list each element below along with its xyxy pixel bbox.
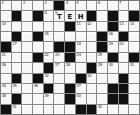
black-cell-r7c3 (33, 74, 43, 83)
black-cell-r5c6 (65, 53, 75, 62)
cell-r5c8[interactable] (87, 53, 97, 62)
black-cell-r9c11 (119, 94, 129, 103)
black-cell-r3c9 (97, 32, 107, 41)
clue-number: 8 (44, 11, 46, 15)
cell-r5c0[interactable]: 21 (1, 53, 11, 62)
cell-letter: E (65, 12, 75, 20)
cell-r9c7[interactable]: 40 (76, 94, 86, 103)
clue-number: 36 (34, 84, 38, 88)
cell-r6c1[interactable] (12, 63, 22, 72)
cell-r8c12[interactable] (129, 84, 139, 93)
black-cell-r6c8 (87, 63, 97, 72)
cell-r5c4[interactable]: 22 (44, 53, 54, 62)
black-cell-r4c6 (65, 42, 75, 51)
black-cell-r5c3 (33, 53, 43, 62)
cell-r2c0[interactable]: 10 (1, 22, 11, 31)
cell-r3c10[interactable]: 16 (108, 32, 118, 41)
black-cell-r9c1 (12, 94, 22, 103)
clue-number: 30 (108, 63, 112, 67)
black-cell-r9c6 (65, 94, 75, 103)
clue-number: 25 (98, 53, 102, 57)
black-cell-r3c11 (119, 32, 129, 41)
cell-r2c2[interactable] (22, 22, 32, 31)
clue-number: 37 (76, 84, 80, 88)
cell-r4c12[interactable] (129, 42, 139, 51)
cell-r6c5[interactable]: 27 (54, 63, 64, 72)
cell-r0c7[interactable]: 5 (76, 1, 86, 10)
cell-r1c0[interactable] (1, 11, 11, 20)
black-cell-r10c7 (76, 105, 86, 114)
cell-r10c9[interactable]: 42 (97, 105, 107, 114)
cell-r6c2[interactable] (22, 63, 32, 72)
cell-r6c6[interactable]: 28 (65, 63, 75, 72)
cell-r10c12[interactable] (129, 105, 139, 114)
cell-r3c6[interactable] (65, 32, 75, 41)
cell-r0c2[interactable]: 2 (22, 1, 32, 10)
cell-r9c0[interactable]: 38 (1, 94, 11, 103)
cell-letter: H (76, 12, 86, 20)
cell-r8c3[interactable]: 36 (33, 84, 43, 93)
cell-r7c10[interactable] (108, 74, 118, 83)
clue-number: 32 (44, 74, 48, 78)
cell-r0c0[interactable]: 1 (1, 1, 11, 10)
cell-r6c7[interactable] (76, 63, 86, 72)
cell-r2c4[interactable] (44, 22, 54, 31)
cell-r5c5[interactable]: 23 (54, 53, 64, 62)
cell-r9c3[interactable] (33, 94, 43, 103)
cell-r0c8[interactable] (87, 1, 97, 10)
cell-r3c0[interactable] (1, 32, 11, 41)
cell-r7c12[interactable] (129, 74, 139, 83)
black-cell-r7c11 (119, 74, 129, 83)
cell-r3c8[interactable] (87, 32, 97, 41)
cell-r8c8[interactable] (87, 84, 97, 93)
cell-r3c7[interactable] (76, 32, 86, 41)
clue-number: 2 (23, 1, 25, 5)
cell-r1c11[interactable] (119, 11, 129, 20)
clue-number: 22 (44, 53, 48, 57)
clue-number: 42 (98, 105, 102, 109)
clue-number: 13 (119, 22, 123, 26)
clue-number: 40 (76, 94, 80, 98)
cell-r9c4[interactable]: 39 (44, 94, 54, 103)
black-cell-r1c1 (12, 11, 22, 20)
black-cell-r7c7 (76, 74, 86, 83)
cell-r0c3[interactable] (33, 1, 43, 10)
clue-number: 38 (2, 94, 6, 98)
clue-number: 11 (76, 22, 80, 26)
cell-r5c2[interactable] (22, 53, 32, 62)
cell-r8c1[interactable]: 35 (12, 84, 22, 93)
cell-r6c0[interactable]: 26 (1, 63, 11, 72)
cell-r6c10[interactable]: 30 (108, 63, 118, 72)
clue-number: 31 (130, 63, 134, 67)
cell-r3c12[interactable] (129, 32, 139, 41)
black-cell-r4c0 (1, 42, 11, 51)
black-cell-r10c8 (87, 105, 97, 114)
clue-number: 26 (2, 63, 6, 67)
cell-r9c8[interactable] (87, 94, 97, 103)
cell-r9c5[interactable] (54, 94, 64, 103)
clue-number: 19 (108, 42, 112, 46)
cell-r5c1[interactable] (12, 53, 22, 62)
cell-r3c5[interactable] (54, 32, 64, 41)
clue-number: 5 (76, 1, 78, 5)
cell-r7c6[interactable] (65, 74, 75, 83)
crossword-grid: 123456789TEH1011121314151617181920212223… (0, 0, 140, 115)
cell-r7c0[interactable] (1, 74, 11, 83)
cell-r5c11[interactable] (119, 53, 129, 62)
black-cell-r8c4 (44, 84, 54, 93)
cell-r6c3[interactable] (33, 63, 43, 72)
cell-r2c7[interactable]: 11 (76, 22, 86, 31)
black-cell-r8c11 (119, 84, 129, 93)
clue-number: 20 (119, 42, 123, 46)
cell-r4c4[interactable] (44, 42, 54, 51)
cell-r2c1[interactable] (12, 22, 22, 31)
cell-r0c4[interactable]: 3 (44, 1, 54, 10)
clue-number: 21 (2, 53, 6, 57)
clue-number: 16 (108, 32, 112, 36)
clue-number: 3 (44, 1, 46, 5)
cell-letter: T (54, 12, 64, 20)
cell-r1c6[interactable]: E (65, 11, 75, 20)
cell-r4c2[interactable] (22, 42, 32, 51)
cell-r10c2[interactable] (22, 105, 32, 114)
clue-number: 28 (66, 63, 70, 67)
black-cell-r5c12 (129, 53, 139, 62)
clue-number: 10 (2, 22, 6, 26)
cell-r0c11[interactable]: 7 (119, 1, 129, 10)
clue-number: 17 (12, 42, 16, 46)
cell-r0c12[interactable] (129, 1, 139, 10)
cell-r4c8[interactable] (87, 42, 97, 51)
cell-r4c1[interactable]: 17 (12, 42, 22, 51)
cell-r4c10[interactable]: 19 (108, 42, 118, 51)
black-cell-r1c10 (108, 11, 118, 20)
black-cell-r2c10 (108, 22, 118, 31)
cell-r7c9[interactable] (97, 74, 107, 83)
cell-r0c1[interactable] (12, 1, 22, 10)
cell-r10c4[interactable] (44, 105, 54, 114)
clue-number: 33 (87, 74, 91, 78)
clue-number: 29 (98, 63, 102, 67)
cell-r6c9[interactable]: 29 (97, 63, 107, 72)
cell-r2c5[interactable] (54, 22, 64, 31)
clue-number: 23 (55, 53, 59, 57)
cell-r6c11[interactable] (119, 63, 129, 72)
clue-number: 14 (130, 22, 134, 26)
cell-r1c7[interactable]: H (76, 11, 86, 20)
cell-r1c9[interactable] (97, 11, 107, 20)
cell-r7c5[interactable] (54, 74, 64, 83)
cell-r8c2[interactable] (22, 84, 32, 93)
cell-r4c7[interactable]: 18 (76, 42, 86, 51)
cell-r6c12[interactable]: 31 (129, 63, 139, 72)
black-cell-r7c1 (12, 74, 22, 83)
clue-number: 4 (66, 1, 68, 5)
cell-r9c9[interactable] (97, 94, 107, 103)
clue-number: 41 (12, 105, 16, 109)
cell-r2c11[interactable]: 13 (119, 22, 129, 31)
cell-r8c5[interactable] (54, 84, 64, 93)
cell-r10c10[interactable] (108, 105, 118, 114)
cell-r3c4[interactable]: 15 (44, 32, 54, 41)
cell-r2c9[interactable] (97, 22, 107, 31)
black-cell-r8c10 (108, 84, 118, 93)
cell-r1c4[interactable]: 8 (44, 11, 54, 20)
cell-r10c3[interactable] (33, 105, 43, 114)
cell-r4c3[interactable] (33, 42, 43, 51)
black-cell-r1c3 (33, 11, 43, 20)
black-cell-r9c10 (108, 94, 118, 103)
black-cell-r0c5 (54, 1, 64, 10)
clue-number: 34 (2, 84, 6, 88)
cell-r8c7[interactable]: 37 (76, 84, 86, 93)
clue-number: 7 (119, 1, 121, 5)
cell-r7c4[interactable]: 32 (44, 74, 54, 83)
cell-r5c7[interactable]: 24 (76, 53, 86, 62)
cell-r2c12[interactable]: 14 (129, 22, 139, 31)
cell-r9c12[interactable] (129, 94, 139, 103)
black-cell-r4c5 (54, 42, 64, 51)
cell-r8c0[interactable]: 34 (1, 84, 11, 93)
black-cell-r5c10 (108, 53, 118, 62)
cell-r1c2[interactable] (22, 11, 32, 20)
black-cell-r10c0 (1, 105, 11, 114)
cell-r8c9[interactable] (97, 84, 107, 93)
cell-r10c11[interactable] (119, 105, 129, 114)
clue-number: 15 (44, 32, 48, 36)
cell-r7c8[interactable]: 33 (87, 74, 97, 83)
cell-r10c5[interactable] (54, 105, 64, 114)
clue-number: 1 (2, 1, 4, 5)
black-cell-r6c4 (44, 63, 54, 72)
black-cell-r8c6 (65, 84, 75, 93)
black-cell-r3c1 (12, 32, 22, 41)
cell-r2c3[interactable] (33, 22, 43, 31)
clue-number: 6 (98, 1, 100, 5)
black-cell-r1c12 (129, 11, 139, 20)
clue-number: 27 (55, 63, 59, 67)
cell-r10c1[interactable]: 41 (12, 105, 22, 114)
cell-r0c9[interactable]: 6 (97, 1, 107, 10)
black-cell-r2c6 (65, 22, 75, 31)
clue-number: 39 (44, 94, 48, 98)
clue-number: 24 (76, 53, 80, 57)
cell-r5c9[interactable]: 25 (97, 53, 107, 62)
black-cell-r3c3 (33, 32, 43, 41)
clue-number: 12 (87, 22, 91, 26)
cell-r3c2[interactable] (22, 32, 32, 41)
black-cell-r4c9 (97, 42, 107, 51)
cell-r10c6[interactable] (65, 105, 75, 114)
cell-r0c10[interactable] (108, 1, 118, 10)
black-cell-r1c8 (87, 11, 97, 20)
cell-r1c5[interactable]: 9T (54, 11, 64, 20)
cell-r4c11[interactable]: 20 (119, 42, 129, 51)
clue-number: 18 (76, 42, 80, 46)
cell-r9c2[interactable] (22, 94, 32, 103)
cell-r7c2[interactable] (22, 74, 32, 83)
cell-r0c6[interactable]: 4 (65, 1, 75, 10)
cell-r2c8[interactable]: 12 (87, 22, 97, 31)
clue-number: 35 (12, 84, 16, 88)
